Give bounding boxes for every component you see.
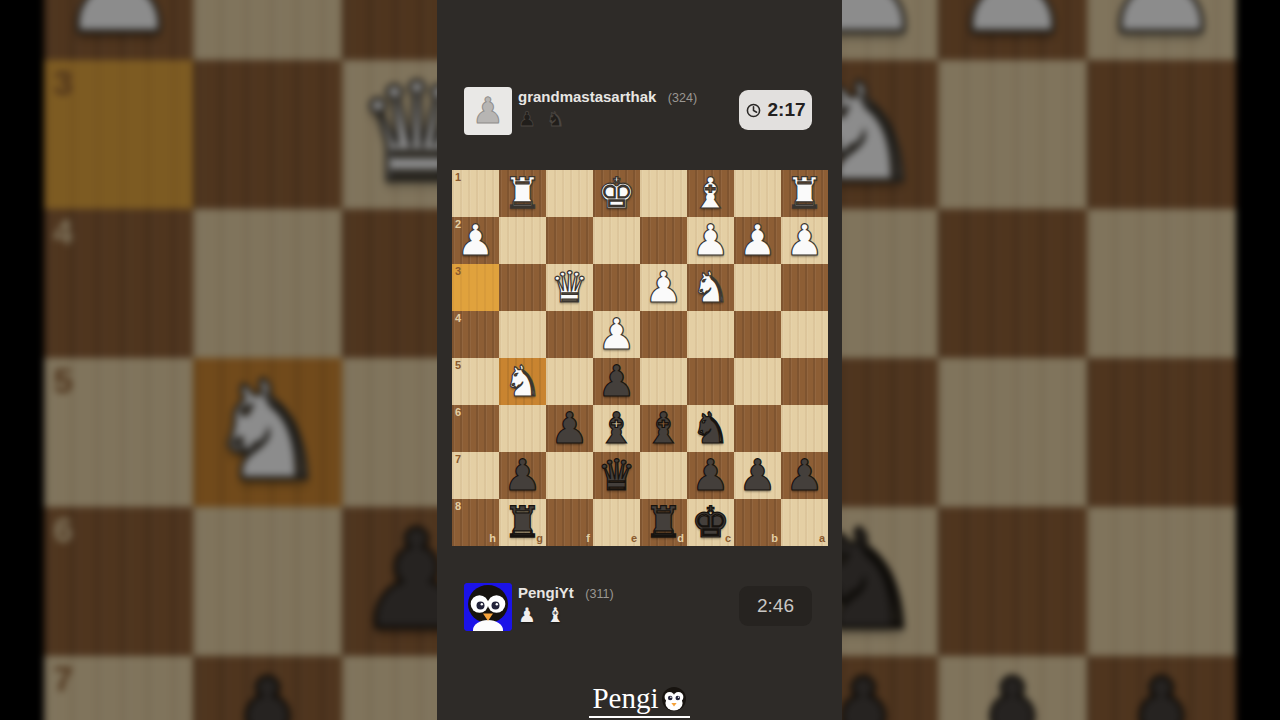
rank-label-8: 8 bbox=[455, 501, 461, 512]
square-f8[interactable]: f bbox=[546, 499, 593, 546]
bg-square-g6 bbox=[193, 507, 342, 656]
piece-white-knight-g5[interactable]: ♞ bbox=[503, 358, 542, 405]
bg-piece-white-pawn-b2: ♟ bbox=[951, 0, 1073, 60]
square-g7[interactable]: ♟ bbox=[499, 452, 546, 499]
player-rating: (311) bbox=[585, 587, 613, 601]
square-h7[interactable]: 7 bbox=[452, 452, 499, 499]
square-c3[interactable]: ♞ bbox=[687, 264, 734, 311]
rank-label-7: 7 bbox=[455, 454, 461, 465]
square-a8[interactable]: a bbox=[781, 499, 828, 546]
bg-rank-label-7: 7 bbox=[54, 662, 73, 697]
file-label-h: h bbox=[489, 533, 496, 544]
square-a5[interactable] bbox=[781, 358, 828, 405]
square-g1[interactable]: ♜ bbox=[499, 170, 546, 217]
opponent-clock: 2:17 bbox=[739, 90, 812, 130]
chess-board[interactable]: 1♜♚♝♜2♟♟♟♟3♛♟♞4♟5♞♟6♟♝♝♞7♟♛♟♟♟8hg♜fed♜c♚… bbox=[452, 170, 828, 546]
square-c5[interactable] bbox=[687, 358, 734, 405]
opponent-name-row[interactable]: grandmastasarthak (324) bbox=[518, 88, 697, 106]
player-clock: 2:46 bbox=[739, 586, 812, 626]
square-b4[interactable] bbox=[734, 311, 781, 358]
square-c2[interactable]: ♟ bbox=[687, 217, 734, 264]
player-time: 2:46 bbox=[757, 595, 794, 617]
bg-piece-black-pawn-g7: ♟ bbox=[206, 656, 328, 720]
square-f7[interactable] bbox=[546, 452, 593, 499]
square-h6[interactable]: 6 bbox=[452, 405, 499, 452]
clock-icon bbox=[745, 102, 762, 119]
square-h1[interactable]: 1 bbox=[452, 170, 499, 217]
square-a1[interactable]: ♜ bbox=[781, 170, 828, 217]
square-f1[interactable] bbox=[546, 170, 593, 217]
bg-square-b2: ♟ bbox=[938, 0, 1087, 60]
white-pawn-avatar-icon: ♟ bbox=[472, 87, 504, 135]
piece-white-rook-g1[interactable]: ♜ bbox=[503, 170, 542, 217]
game-panel: ♟ grandmastasarthak (324) ♟ ♞ 2:17 1♜♚♝♜… bbox=[437, 0, 842, 720]
bg-square-h3: 3 bbox=[44, 60, 193, 209]
square-e8[interactable]: e bbox=[593, 499, 640, 546]
square-g2[interactable] bbox=[499, 217, 546, 264]
square-a2[interactable]: ♟ bbox=[781, 217, 828, 264]
piece-white-pawn-c2[interactable]: ♟ bbox=[691, 217, 730, 264]
square-e6[interactable]: ♝ bbox=[593, 405, 640, 452]
bg-square-g7: ♟ bbox=[193, 656, 342, 720]
square-g4[interactable] bbox=[499, 311, 546, 358]
square-d3[interactable]: ♟ bbox=[640, 264, 687, 311]
bg-square-a4 bbox=[1087, 209, 1236, 358]
square-b5[interactable] bbox=[734, 358, 781, 405]
square-b6[interactable] bbox=[734, 405, 781, 452]
rank-label-4: 4 bbox=[455, 313, 461, 324]
file-label-b: b bbox=[771, 533, 778, 544]
square-c6[interactable]: ♞ bbox=[687, 405, 734, 452]
square-c4[interactable] bbox=[687, 311, 734, 358]
bg-square-a2: ♟ bbox=[1087, 0, 1236, 60]
square-b3[interactable] bbox=[734, 264, 781, 311]
square-f6[interactable]: ♟ bbox=[546, 405, 593, 452]
square-a4[interactable] bbox=[781, 311, 828, 358]
bg-square-h2: 2♟ bbox=[44, 0, 193, 60]
file-label-a: a bbox=[819, 533, 825, 544]
piece-white-pawn-a2[interactable]: ♟ bbox=[785, 217, 824, 264]
piece-black-bishop-e6[interactable]: ♝ bbox=[597, 405, 636, 452]
square-g3[interactable] bbox=[499, 264, 546, 311]
piece-black-bishop-d6[interactable]: ♝ bbox=[644, 405, 683, 452]
square-e1[interactable]: ♚ bbox=[593, 170, 640, 217]
penguin-brand-icon bbox=[661, 686, 687, 712]
bg-piece-white-pawn-a2: ♟ bbox=[1100, 0, 1222, 60]
square-h3[interactable]: 3 bbox=[452, 264, 499, 311]
square-g6[interactable] bbox=[499, 405, 546, 452]
bg-square-h7: 7 bbox=[44, 656, 193, 720]
brand-lockup: Pengi bbox=[589, 683, 689, 718]
file-label-f: f bbox=[586, 533, 590, 544]
bg-square-a5 bbox=[1087, 358, 1236, 507]
bg-square-h6: 6 bbox=[44, 507, 193, 656]
player-name-row[interactable]: PengiYt (311) bbox=[518, 584, 614, 602]
piece-white-rook-a1[interactable]: ♜ bbox=[785, 170, 824, 217]
bg-rank-label-6: 6 bbox=[54, 513, 73, 548]
rank-label-5: 5 bbox=[455, 360, 461, 371]
player-username[interactable]: PengiYt bbox=[518, 584, 574, 601]
square-g8[interactable]: g♜ bbox=[499, 499, 546, 546]
bg-piece-black-pawn-b7: ♟ bbox=[951, 656, 1073, 720]
video-frame: 1♜♚♝♜2♟♟♟♟3♛♟♞4♟5♞♟6♟♝♝♞7♟♛♟♟♟8hg♜fed♜c♚… bbox=[0, 0, 1280, 720]
opponent-avatar[interactable]: ♟ bbox=[464, 87, 512, 135]
square-b7[interactable]: ♟ bbox=[734, 452, 781, 499]
piece-black-pawn-c7[interactable]: ♟ bbox=[691, 452, 730, 499]
bg-square-a7: ♟ bbox=[1087, 656, 1236, 720]
square-e5[interactable]: ♟ bbox=[593, 358, 640, 405]
bg-square-h4: 4 bbox=[44, 209, 193, 358]
bg-square-g2 bbox=[193, 0, 342, 60]
square-f2[interactable] bbox=[546, 217, 593, 264]
player-captured-pieces: ♟ ♝ bbox=[518, 603, 566, 627]
footer: Pengi bbox=[437, 683, 842, 718]
square-e3[interactable] bbox=[593, 264, 640, 311]
square-c1[interactable]: ♝ bbox=[687, 170, 734, 217]
square-e4[interactable]: ♟ bbox=[593, 311, 640, 358]
file-label-d: d bbox=[677, 533, 684, 544]
square-b8[interactable]: b bbox=[734, 499, 781, 546]
bg-rank-label-4: 4 bbox=[54, 215, 73, 250]
piece-black-pawn-e5[interactable]: ♟ bbox=[597, 358, 636, 405]
brand-text: Pengi bbox=[592, 683, 658, 713]
bg-square-g4 bbox=[193, 209, 342, 358]
piece-black-pawn-f6[interactable]: ♟ bbox=[550, 405, 589, 452]
bg-square-b6 bbox=[938, 507, 1087, 656]
player-avatar[interactable] bbox=[464, 583, 512, 631]
bg-square-b4 bbox=[938, 209, 1087, 358]
bg-square-h5: 5 bbox=[44, 358, 193, 507]
square-c8[interactable]: c♚ bbox=[687, 499, 734, 546]
square-d1[interactable] bbox=[640, 170, 687, 217]
square-d4[interactable] bbox=[640, 311, 687, 358]
penguin-avatar-icon bbox=[464, 583, 512, 631]
piece-black-pawn-g7[interactable]: ♟ bbox=[503, 452, 542, 499]
rank-label-6: 6 bbox=[455, 407, 461, 418]
opponent-time: 2:17 bbox=[767, 99, 805, 121]
square-h2[interactable]: 2♟ bbox=[452, 217, 499, 264]
square-h5[interactable]: 5 bbox=[452, 358, 499, 405]
square-d7[interactable] bbox=[640, 452, 687, 499]
bg-square-b7: ♟ bbox=[938, 656, 1087, 720]
piece-black-pawn-b7[interactable]: ♟ bbox=[738, 452, 777, 499]
rank-label-1: 1 bbox=[455, 172, 461, 183]
rank-label-2: 2 bbox=[455, 219, 461, 230]
piece-black-knight-c6[interactable]: ♞ bbox=[691, 405, 730, 452]
piece-white-king-e1[interactable]: ♚ bbox=[597, 170, 636, 217]
square-d5[interactable] bbox=[640, 358, 687, 405]
piece-white-pawn-b2[interactable]: ♟ bbox=[738, 217, 777, 264]
square-c7[interactable]: ♟ bbox=[687, 452, 734, 499]
bg-square-a6 bbox=[1087, 507, 1236, 656]
piece-white-pawn-d3[interactable]: ♟ bbox=[644, 264, 683, 311]
square-f4[interactable] bbox=[546, 311, 593, 358]
square-a3[interactable] bbox=[781, 264, 828, 311]
bg-square-g5: ♞ bbox=[193, 358, 342, 507]
square-a6[interactable] bbox=[781, 405, 828, 452]
square-h8[interactable]: 8h bbox=[452, 499, 499, 546]
square-f3[interactable]: ♛ bbox=[546, 264, 593, 311]
square-f5[interactable] bbox=[546, 358, 593, 405]
square-g5[interactable]: ♞ bbox=[499, 358, 546, 405]
piece-white-bishop-c1[interactable]: ♝ bbox=[691, 170, 730, 217]
file-label-e: e bbox=[631, 533, 637, 544]
piece-white-pawn-e4[interactable]: ♟ bbox=[597, 311, 636, 358]
square-b2[interactable]: ♟ bbox=[734, 217, 781, 264]
square-h4[interactable]: 4 bbox=[452, 311, 499, 358]
square-a7[interactable]: ♟ bbox=[781, 452, 828, 499]
bg-piece-white-knight-g5: ♞ bbox=[206, 358, 328, 507]
square-e7[interactable]: ♛ bbox=[593, 452, 640, 499]
bg-square-g3 bbox=[193, 60, 342, 209]
bg-square-b5 bbox=[938, 358, 1087, 507]
square-e2[interactable] bbox=[593, 217, 640, 264]
opponent-rating: (324) bbox=[668, 91, 697, 105]
piece-white-knight-c3[interactable]: ♞ bbox=[691, 264, 730, 311]
file-label-c: c bbox=[725, 533, 731, 544]
square-b1[interactable] bbox=[734, 170, 781, 217]
opponent-username[interactable]: grandmastasarthak bbox=[518, 88, 656, 105]
bg-piece-white-pawn-h2: ♟ bbox=[57, 0, 179, 60]
opponent-captured-pieces: ♟ ♞ bbox=[518, 107, 566, 131]
square-d8[interactable]: d♜ bbox=[640, 499, 687, 546]
piece-black-queen-e7[interactable]: ♛ bbox=[597, 452, 636, 499]
bg-piece-black-pawn-a7: ♟ bbox=[1100, 656, 1222, 720]
piece-white-queen-f3[interactable]: ♛ bbox=[550, 264, 589, 311]
bg-rank-label-3: 3 bbox=[54, 66, 73, 101]
bg-rank-label-5: 5 bbox=[54, 364, 73, 399]
square-d6[interactable]: ♝ bbox=[640, 405, 687, 452]
bg-square-a3 bbox=[1087, 60, 1236, 209]
piece-black-pawn-a7[interactable]: ♟ bbox=[785, 452, 824, 499]
piece-white-pawn-h2[interactable]: ♟ bbox=[456, 217, 495, 264]
square-d2[interactable] bbox=[640, 217, 687, 264]
bg-square-b3 bbox=[938, 60, 1087, 209]
file-label-g: g bbox=[536, 533, 543, 544]
rank-label-3: 3 bbox=[455, 266, 461, 277]
